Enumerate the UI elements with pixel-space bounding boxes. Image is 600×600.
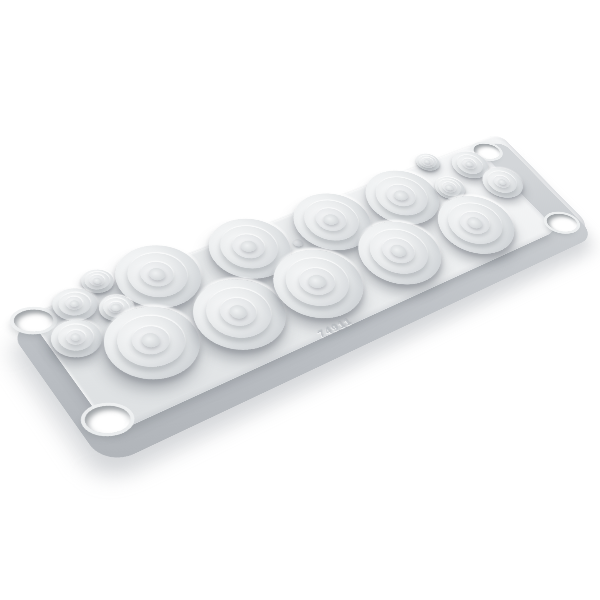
cable-entry-plate: 74911 (10, 133, 592, 455)
grommet-cap (305, 273, 329, 290)
grommet-step-mid (213, 293, 263, 330)
grommet-cap (226, 303, 250, 321)
grommet-cap (91, 276, 103, 284)
grommet-cap (465, 215, 485, 230)
grommet-step-mid (134, 258, 180, 291)
grommet-cap (387, 243, 409, 259)
grommet-cap (238, 239, 259, 254)
grommet-step-outer (434, 177, 465, 199)
grommet-cap (321, 212, 341, 226)
grommet-step-outer (52, 320, 100, 356)
grommet-step-outer (358, 223, 439, 282)
grommet-step-mid (125, 321, 176, 360)
grommet-step-outer (81, 269, 114, 292)
grommet-cap (444, 184, 455, 192)
grommet-step-outer (438, 197, 513, 251)
grommet-step-mid (440, 181, 459, 194)
grommet-left-4 (42, 313, 111, 364)
grommet-step-mid (454, 208, 496, 238)
grommet-step-mid (62, 327, 89, 347)
grommet-step-outer (116, 246, 198, 305)
grommet-cap (138, 331, 163, 349)
grommet-step-mid (292, 264, 341, 300)
grommet-cap (69, 299, 80, 307)
grommets-layer (10, 133, 592, 455)
grommet-step-outer (194, 280, 284, 347)
product-photo: 74911 (0, 0, 600, 600)
grommet-step-mid (226, 231, 270, 263)
grommet-step-outer (415, 153, 440, 170)
grommet-step-mid (310, 205, 352, 235)
grommet-step-mid (381, 182, 421, 210)
grommet-cap (391, 189, 410, 203)
grommet-step-outer (274, 251, 361, 315)
grommet-step-mid (420, 156, 435, 166)
grommet-cap (146, 266, 168, 282)
grommet-step-outer (482, 168, 522, 196)
grommet-step-mid (459, 157, 479, 171)
grommet-step-mid (62, 295, 86, 312)
grommet-step-outer (105, 307, 197, 376)
grommet-cap (110, 303, 123, 312)
grommet-cap (69, 332, 82, 342)
grommet-step-outer (366, 171, 438, 221)
grommet-step-outer (294, 194, 369, 247)
grommet-step-outer (53, 289, 95, 320)
grommet-cap (496, 178, 507, 186)
grommet-right-1 (411, 151, 444, 174)
grommet-cap (423, 159, 432, 165)
grommet-step-mid (491, 174, 513, 190)
grommet-step-mid (376, 234, 421, 267)
grommet-step-mid (87, 273, 107, 287)
grommet-cap (464, 161, 474, 168)
